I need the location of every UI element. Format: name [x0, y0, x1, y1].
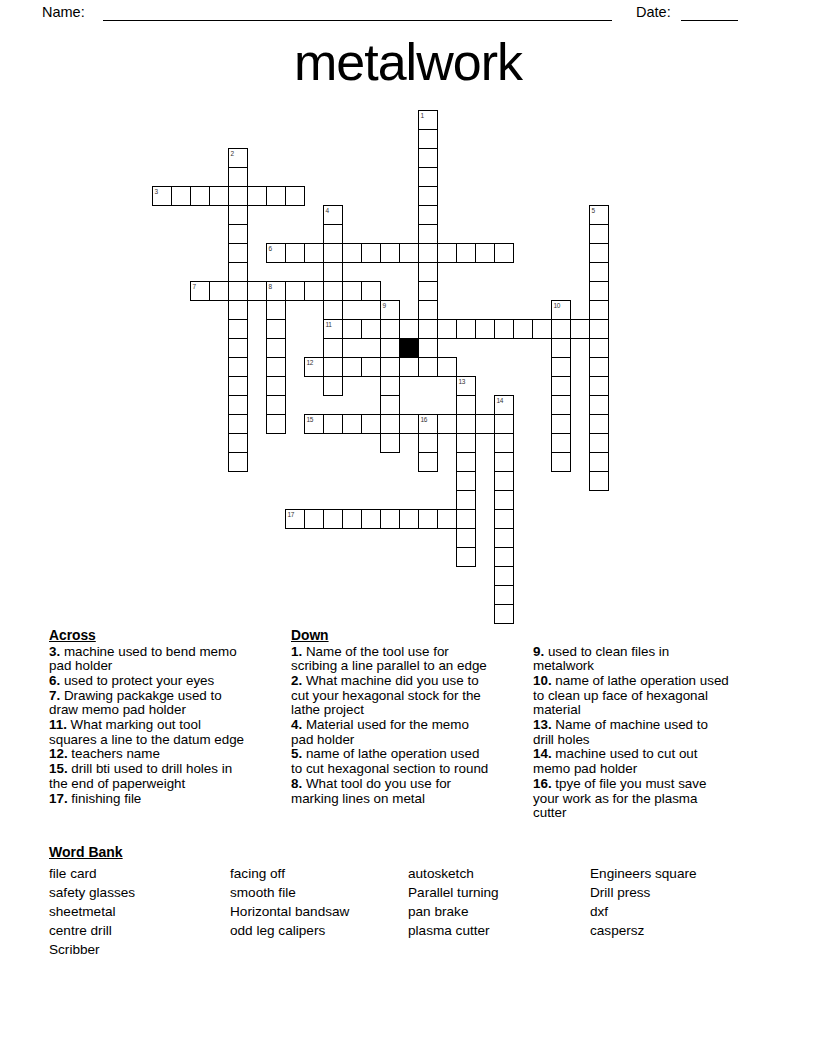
- clue-number: 10.: [533, 673, 555, 688]
- crossword-grid: 1234567891011121314151617: [152, 110, 609, 624]
- cell-r17c16[interactable]: [456, 433, 476, 453]
- clue-number: 7.: [49, 688, 64, 703]
- clue-text: used to clean files in metalwork: [533, 644, 669, 674]
- cell-r9c6[interactable]: 8: [266, 281, 286, 301]
- cell-number-10: 10: [554, 302, 561, 309]
- cell-r9c2[interactable]: 7: [190, 281, 210, 301]
- cell-r5c23[interactable]: 5: [589, 205, 609, 225]
- cell-r16c21[interactable]: [551, 414, 571, 434]
- black-cell-r12c13: [399, 338, 419, 358]
- clue-across-6: 6. used to protect your eyes: [49, 674, 291, 689]
- cell-r4c14[interactable]: [418, 186, 438, 206]
- clue-text: used to protect your eyes: [64, 673, 214, 688]
- cell-r15c21[interactable]: [551, 395, 571, 415]
- cell-r8c14[interactable]: [418, 262, 438, 282]
- cell-r13c23[interactable]: [589, 357, 609, 377]
- down-clues-list-1: 1. Name of the tool use for scribing a l…: [291, 645, 533, 807]
- cell-r11c10[interactable]: [342, 319, 362, 339]
- page-title: metalwork: [0, 36, 816, 88]
- cell-r13c13[interactable]: [399, 357, 419, 377]
- cell-r16c18[interactable]: [494, 414, 514, 434]
- cell-r7c17[interactable]: [475, 243, 495, 263]
- cell-r13c9[interactable]: [323, 357, 343, 377]
- cell-r12c4[interactable]: [228, 338, 248, 358]
- word-bank-item: Horizontal bandsaw: [230, 902, 349, 921]
- word-bank-item: dxf: [590, 902, 697, 921]
- cell-r15c16[interactable]: [456, 395, 476, 415]
- cell-r6c14[interactable]: [418, 224, 438, 244]
- cell-r13c15[interactable]: [437, 357, 457, 377]
- down-clues-list-2: 9. used to clean files in metalwork10. n…: [533, 645, 775, 821]
- cell-r11c4[interactable]: [228, 319, 248, 339]
- cell-r5c14[interactable]: [418, 205, 438, 225]
- clue-text: Name of the tool use for scribing a line…: [291, 644, 487, 674]
- clue-text: name of lathe operation used to clean up…: [533, 673, 729, 717]
- word-bank-item: plasma cutter: [408, 921, 499, 940]
- cell-r6c23[interactable]: [589, 224, 609, 244]
- down-header: Down: [291, 628, 533, 645]
- date-label: Date:: [636, 4, 671, 20]
- cell-r7c18[interactable]: [494, 243, 514, 263]
- clue-across-11: 11. What marking out tool squares a line…: [49, 718, 291, 747]
- clue-down-13: 13. Name of machine used to drill holes: [533, 718, 775, 747]
- clue-text: drill bti used to drill holes in the end…: [49, 761, 232, 791]
- cell-r11c19[interactable]: [513, 319, 533, 339]
- clue-number: 1.: [291, 644, 306, 659]
- cell-r21c11[interactable]: [361, 509, 381, 529]
- clue-number: 17.: [49, 791, 71, 806]
- clue-text: What machine did you use to cut your hex…: [291, 673, 481, 717]
- cell-number-9: 9: [383, 302, 386, 309]
- word-bank-item: caspersz: [590, 921, 697, 940]
- cell-number-12: 12: [307, 359, 314, 366]
- cell-r14c23[interactable]: [589, 376, 609, 396]
- cell-r9c11[interactable]: [361, 281, 381, 301]
- cell-r19c16[interactable]: [456, 471, 476, 491]
- cell-r17c23[interactable]: [589, 433, 609, 453]
- cell-r21c10[interactable]: [342, 509, 362, 529]
- cell-r4c0[interactable]: 3: [152, 186, 172, 206]
- cell-r11c16[interactable]: [456, 319, 476, 339]
- clue-down-9: 9. used to clean files in metalwork: [533, 645, 775, 674]
- cell-r23c18[interactable]: [494, 547, 514, 567]
- cell-r7c15[interactable]: [437, 243, 457, 263]
- cell-r7c14[interactable]: [418, 243, 438, 263]
- clue-text: Material used for the memo pad holder: [291, 717, 469, 747]
- cell-r11c11[interactable]: [361, 319, 381, 339]
- cell-r9c10[interactable]: [342, 281, 362, 301]
- clue-text: teachers name: [71, 746, 160, 761]
- clue-number: 8.: [291, 776, 306, 791]
- cell-r18c23[interactable]: [589, 452, 609, 472]
- cell-r17c21[interactable]: [551, 433, 571, 453]
- cell-r2c4[interactable]: 2: [228, 148, 248, 168]
- cell-r15c12[interactable]: [380, 395, 400, 415]
- clue-number: 15.: [49, 761, 71, 776]
- clue-down-4: 4. Material used for the memo pad holder: [291, 718, 533, 747]
- cell-r6c4[interactable]: [228, 224, 248, 244]
- clue-number: 13.: [533, 717, 555, 732]
- cell-r10c12[interactable]: 9: [380, 300, 400, 320]
- cell-r22c18[interactable]: [494, 528, 514, 548]
- cell-r14c4[interactable]: [228, 376, 248, 396]
- name-write-line: [103, 6, 612, 21]
- cell-r7c9[interactable]: [323, 243, 343, 263]
- word-bank-item: sheetmetal: [49, 902, 135, 921]
- cell-r17c14[interactable]: [418, 433, 438, 453]
- across-clues-list: 3. machine used to bend memo pad holder6…: [49, 645, 291, 807]
- date-write-line: [681, 6, 738, 21]
- clue-number: 5.: [291, 746, 306, 761]
- cell-r14c21[interactable]: [551, 376, 571, 396]
- cell-r25c18[interactable]: [494, 585, 514, 605]
- cell-r11c15[interactable]: [437, 319, 457, 339]
- word-bank-item: centre drill: [49, 921, 135, 940]
- cell-r7c12[interactable]: [380, 243, 400, 263]
- cell-r12c21[interactable]: [551, 338, 571, 358]
- cell-number-4: 4: [326, 207, 329, 214]
- cell-r1c14[interactable]: [418, 129, 438, 149]
- cell-r16c10[interactable]: [342, 414, 362, 434]
- cell-r9c4[interactable]: [228, 281, 248, 301]
- cell-r20c16[interactable]: [456, 490, 476, 510]
- cell-r16c13[interactable]: [399, 414, 419, 434]
- clue-number: 3.: [49, 644, 64, 659]
- cell-r21c13[interactable]: [399, 509, 419, 529]
- cell-r12c9[interactable]: [323, 338, 343, 358]
- cell-r4c1[interactable]: [171, 186, 191, 206]
- worksheet-page: { "game": "crossword", "header": { "name…: [0, 0, 816, 1056]
- clue-text: finishing file: [71, 791, 141, 806]
- cell-r4c2[interactable]: [190, 186, 210, 206]
- cell-r21c16[interactable]: [456, 509, 476, 529]
- clue-number: 4.: [291, 717, 306, 732]
- cell-number-2: 2: [231, 150, 234, 157]
- word-bank-column-1: file cardsafety glassessheetmetalcentre …: [49, 864, 135, 959]
- cell-r13c14[interactable]: [418, 357, 438, 377]
- word-bank-item: facing off: [230, 864, 349, 883]
- cell-r16c16[interactable]: [456, 414, 476, 434]
- cell-r15c23[interactable]: [589, 395, 609, 415]
- cell-r4c7[interactable]: [285, 186, 305, 206]
- cell-r26c18[interactable]: [494, 604, 514, 624]
- cell-r13c11[interactable]: [361, 357, 381, 377]
- cell-r23c16[interactable]: [456, 547, 476, 567]
- clue-text: Drawing packakge used to draw memo pad h…: [49, 688, 222, 718]
- cell-r9c8[interactable]: [304, 281, 324, 301]
- word-bank-item: safety glasses: [49, 883, 135, 902]
- cell-r7c8[interactable]: [304, 243, 324, 263]
- cell-r16c14[interactable]: 16: [418, 414, 438, 434]
- cell-r16c12[interactable]: [380, 414, 400, 434]
- cell-number-6: 6: [269, 245, 272, 252]
- clue-across-17: 17. finishing file: [49, 792, 291, 807]
- cell-number-15: 15: [307, 416, 314, 423]
- cell-r7c4[interactable]: [228, 243, 248, 263]
- cell-r16c15[interactable]: [437, 414, 457, 434]
- clue-down-14: 14. machine used to cut out memo pad hol…: [533, 747, 775, 776]
- word-bank-item: Parallel turning: [408, 883, 499, 902]
- clue-number: 2.: [291, 673, 306, 688]
- clue-number: 9.: [533, 644, 548, 659]
- cell-r11c20[interactable]: [532, 319, 552, 339]
- cell-r19c18[interactable]: [494, 471, 514, 491]
- cell-r12c6[interactable]: [266, 338, 286, 358]
- clue-number: 12.: [49, 746, 71, 761]
- cell-number-17: 17: [288, 511, 295, 518]
- cell-r9c14[interactable]: [418, 281, 438, 301]
- cell-r21c12[interactable]: [380, 509, 400, 529]
- cell-r11c22[interactable]: [570, 319, 590, 339]
- cell-r18c18[interactable]: [494, 452, 514, 472]
- cell-r0c14[interactable]: 1: [418, 110, 438, 130]
- clue-number: 11.: [49, 717, 71, 732]
- cell-r8c4[interactable]: [228, 262, 248, 282]
- clue-down-2: 2. What machine did you use to cut your …: [291, 674, 533, 718]
- cell-r16c8[interactable]: 15: [304, 414, 324, 434]
- clue-text: What tool do you use for marking lines o…: [291, 776, 451, 806]
- word-bank-column-4: Engineers squareDrill pressdxfcaspersz: [590, 864, 697, 940]
- cell-r7c13[interactable]: [399, 243, 419, 263]
- cell-r11c17[interactable]: [475, 319, 495, 339]
- cell-r18c16[interactable]: [456, 452, 476, 472]
- cell-r13c21[interactable]: [551, 357, 571, 377]
- cell-number-14: 14: [497, 397, 504, 404]
- cell-r3c4[interactable]: [228, 167, 248, 187]
- cell-r11c12[interactable]: [380, 319, 400, 339]
- cell-number-13: 13: [459, 378, 466, 385]
- clue-down-16: 16. tpye of file you must save your work…: [533, 777, 775, 821]
- clue-text: name of lathe operation used to cut hexa…: [291, 746, 488, 776]
- cell-r9c5[interactable]: [247, 281, 267, 301]
- cell-r21c7[interactable]: 17: [285, 509, 305, 529]
- word-bank-item: smooth file: [230, 883, 349, 902]
- clue-text: What marking out tool squares a line to …: [49, 717, 244, 747]
- clue-text: Name of machine used to drill holes: [533, 717, 708, 747]
- cell-r19c23[interactable]: [589, 471, 609, 491]
- clue-across-15: 15. drill bti used to drill holes in the…: [49, 762, 291, 791]
- word-bank-item: odd leg calipers: [230, 921, 349, 940]
- cell-r4c4[interactable]: [228, 186, 248, 206]
- cell-r9c3[interactable]: [209, 281, 229, 301]
- cell-r13c10[interactable]: [342, 357, 362, 377]
- word-bank-item: Drill press: [590, 883, 697, 902]
- cell-r17c4[interactable]: [228, 433, 248, 453]
- cell-r10c23[interactable]: [589, 300, 609, 320]
- cell-r11c14[interactable]: [418, 319, 438, 339]
- word-bank-column-2: facing offsmooth fileHorizontal bandsawo…: [230, 864, 349, 940]
- cell-r9c23[interactable]: [589, 281, 609, 301]
- cell-r7c16[interactable]: [456, 243, 476, 263]
- cell-r17c12[interactable]: [380, 433, 400, 453]
- cell-r17c18[interactable]: [494, 433, 514, 453]
- cell-r13c6[interactable]: [266, 357, 286, 377]
- word-bank-section: Word Bank file cardsafety glassessheetme…: [0, 844, 816, 974]
- cell-r22c16[interactable]: [456, 528, 476, 548]
- cell-r11c21[interactable]: [551, 319, 571, 339]
- cell-r12c12[interactable]: [380, 338, 400, 358]
- cell-number-11: 11: [326, 321, 332, 328]
- cell-r18c14[interactable]: [418, 452, 438, 472]
- cell-r13c8[interactable]: 12: [304, 357, 324, 377]
- clue-text: machine used to cut out memo pad holder: [533, 746, 698, 776]
- cell-r16c23[interactable]: [589, 414, 609, 434]
- cell-r24c18[interactable]: [494, 566, 514, 586]
- cell-number-8: 8: [269, 283, 272, 290]
- cell-r6c9[interactable]: [323, 224, 343, 244]
- cell-r7c7[interactable]: [285, 243, 305, 263]
- cell-r8c23[interactable]: [589, 262, 609, 282]
- cell-r16c6[interactable]: [266, 414, 286, 434]
- clue-down-8: 8. What tool do you use for marking line…: [291, 777, 533, 806]
- word-bank-header: Word Bank: [49, 844, 123, 860]
- cell-r10c9[interactable]: [323, 300, 343, 320]
- cell-r3c14[interactable]: [418, 167, 438, 187]
- cell-r10c21[interactable]: 10: [551, 300, 571, 320]
- down-clues-column-2: 9. used to clean files in metalwork10. n…: [533, 628, 775, 821]
- cell-r16c11[interactable]: [361, 414, 381, 434]
- cell-r21c14[interactable]: [418, 509, 438, 529]
- cell-r21c8[interactable]: [304, 509, 324, 529]
- name-label: Name:: [42, 4, 85, 20]
- cell-r7c6[interactable]: 6: [266, 243, 286, 263]
- cell-r15c6[interactable]: [266, 395, 286, 415]
- cell-r7c23[interactable]: [589, 243, 609, 263]
- word-bank-item: autosketch: [408, 864, 499, 883]
- word-bank-item: file card: [49, 864, 135, 883]
- word-bank-item: Scribber: [49, 940, 135, 959]
- cell-r14c6[interactable]: [266, 376, 286, 396]
- cell-r21c18[interactable]: [494, 509, 514, 529]
- clue-across-7: 7. Drawing packakge used to draw memo pa…: [49, 689, 291, 718]
- cell-r8c9[interactable]: [323, 262, 343, 282]
- cell-r5c4[interactable]: [228, 205, 248, 225]
- cell-r21c15[interactable]: [437, 509, 457, 529]
- cell-number-7: 7: [193, 283, 196, 290]
- cell-r9c7[interactable]: [285, 281, 305, 301]
- cell-r11c23[interactable]: [589, 319, 609, 339]
- across-clues-column: Across 3. machine used to bend memo pad …: [49, 628, 291, 806]
- cell-number-1: 1: [421, 112, 424, 119]
- cell-r4c6[interactable]: [266, 186, 286, 206]
- clue-down-10: 10. name of lathe operation used to clea…: [533, 674, 775, 718]
- cell-r12c23[interactable]: [589, 338, 609, 358]
- cell-r11c18[interactable]: [494, 319, 514, 339]
- cell-number-16: 16: [421, 416, 428, 423]
- cell-r4c5[interactable]: [247, 186, 267, 206]
- cell-r10c14[interactable]: [418, 300, 438, 320]
- cell-r11c6[interactable]: [266, 319, 286, 339]
- cell-r11c13[interactable]: [399, 319, 419, 339]
- cell-r21c9[interactable]: [323, 509, 343, 529]
- clue-down-5: 5. name of lathe operation used to cut h…: [291, 747, 533, 776]
- cell-r18c21[interactable]: [551, 452, 571, 472]
- word-bank-column-3: autosketchParallel turningpan brakeplasm…: [408, 864, 499, 940]
- cell-r7c11[interactable]: [361, 243, 381, 263]
- cell-r14c9[interactable]: [323, 376, 343, 396]
- clue-down-1: 1. Name of the tool use for scribing a l…: [291, 645, 533, 674]
- cell-r20c18[interactable]: [494, 490, 514, 510]
- cell-r13c12[interactable]: [380, 357, 400, 377]
- cell-r14c16[interactable]: 13: [456, 376, 476, 396]
- across-header: Across: [49, 628, 291, 645]
- cell-r13c4[interactable]: [228, 357, 248, 377]
- cell-r11c9[interactable]: 11: [323, 319, 343, 339]
- clue-number: 16.: [533, 776, 555, 791]
- cell-r10c6[interactable]: [266, 300, 286, 320]
- clue-across-3: 3. machine used to bend memo pad holder: [49, 645, 291, 674]
- cell-r16c17[interactable]: [475, 414, 495, 434]
- clue-text: machine used to bend memo pad holder: [49, 644, 237, 674]
- cell-r12c14[interactable]: [418, 338, 438, 358]
- cell-r18c4[interactable]: [228, 452, 248, 472]
- cell-r7c10[interactable]: [342, 243, 362, 263]
- cell-r9c9[interactable]: [323, 281, 343, 301]
- cell-r2c14[interactable]: [418, 148, 438, 168]
- cell-r16c4[interactable]: [228, 414, 248, 434]
- word-bank-item: pan brake: [408, 902, 499, 921]
- cell-r4c3[interactable]: [209, 186, 229, 206]
- cell-r14c12[interactable]: [380, 376, 400, 396]
- cell-number-5: 5: [592, 207, 595, 214]
- clue-number: 14.: [533, 746, 555, 761]
- down-clues-column-1: Down 1. Name of the tool use for scribin…: [291, 628, 533, 806]
- clue-across-12: 12. teachers name: [49, 747, 291, 762]
- clue-text: tpye of file you must save your work as …: [533, 776, 706, 820]
- cell-r16c9[interactable]: [323, 414, 343, 434]
- cell-number-3: 3: [155, 188, 158, 195]
- cell-r10c4[interactable]: [228, 300, 248, 320]
- clue-number: 6.: [49, 673, 64, 688]
- cell-r15c4[interactable]: [228, 395, 248, 415]
- cell-r5c9[interactable]: 4: [323, 205, 343, 225]
- cell-r15c18[interactable]: 14: [494, 395, 514, 415]
- word-bank-item: Engineers square: [590, 864, 697, 883]
